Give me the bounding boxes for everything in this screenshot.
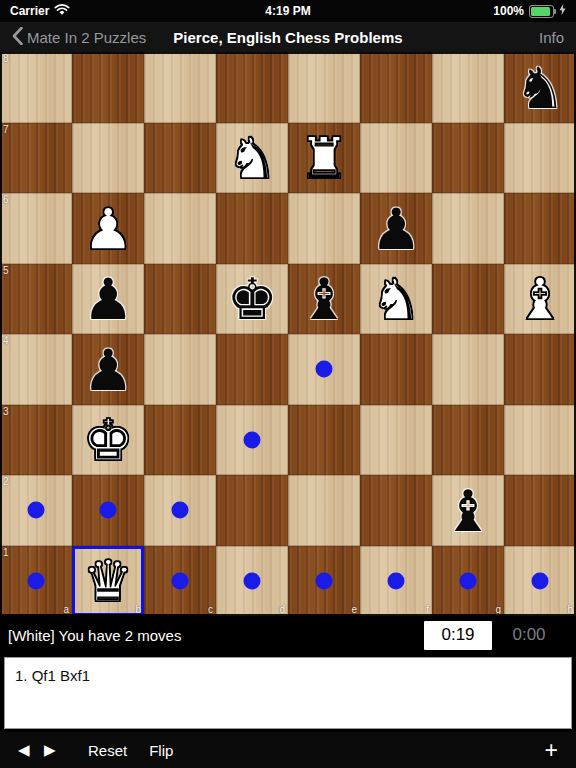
piece-white-knight[interactable]: ♞ [226, 130, 277, 187]
square-f2[interactable] [360, 475, 432, 546]
clock-time: 4:19 PM [0, 4, 576, 18]
status-strip: [White] You have 2 moves 0:19 0:00 [0, 616, 576, 654]
piece-black-bishop[interactable]: ♝ [442, 483, 493, 540]
square-a4[interactable]: 4 [0, 334, 72, 405]
move-hint-dot[interactable] [28, 502, 45, 519]
rank-label: 8 [3, 53, 9, 64]
opponent-clock: 0:00 [508, 625, 550, 645]
square-f8[interactable] [360, 52, 432, 123]
move-hint-dot[interactable] [316, 572, 333, 589]
move-list[interactable]: 1. Qf1 Bxf1 [4, 657, 572, 729]
square-f6[interactable]: ♟ [360, 193, 432, 264]
square-h4[interactable] [504, 334, 576, 405]
rank-label: 7 [3, 124, 9, 135]
info-label: Info [539, 29, 564, 46]
rank-label: 2 [3, 476, 9, 487]
square-h8[interactable]: ♞ [504, 52, 576, 123]
square-f1[interactable]: f [360, 546, 432, 617]
square-c8[interactable] [144, 52, 216, 123]
back-button[interactable]: Mate In 2 Puzzles [12, 27, 146, 48]
back-chevron-icon [12, 27, 23, 48]
move-list-text: 1. Qf1 Bxf1 [15, 667, 90, 684]
reset-button[interactable]: Reset [88, 742, 127, 759]
next-move-button[interactable]: ▶ [44, 741, 70, 759]
square-a3[interactable]: 3 [0, 405, 72, 476]
file-label: f [426, 604, 429, 615]
file-label: h [567, 604, 573, 615]
square-h1[interactable]: h [504, 546, 576, 617]
square-g1[interactable]: g [432, 546, 504, 617]
piece-white-queen[interactable]: ♛ [82, 553, 133, 610]
square-f3[interactable] [360, 405, 432, 476]
square-b7[interactable] [72, 123, 144, 194]
square-b1[interactable]: b♛ [72, 546, 144, 617]
square-b6[interactable]: ♟ [72, 193, 144, 264]
file-label: b [135, 604, 141, 615]
square-e6[interactable] [288, 193, 360, 264]
square-f4[interactable] [360, 334, 432, 405]
square-e3[interactable] [288, 405, 360, 476]
add-button[interactable]: + [545, 739, 558, 762]
square-c4[interactable] [144, 334, 216, 405]
flip-button[interactable]: Flip [149, 742, 173, 759]
square-d1[interactable]: d [216, 546, 288, 617]
move-hint-dot[interactable] [172, 502, 189, 519]
square-a1[interactable]: 1a [0, 546, 72, 617]
square-c7[interactable] [144, 123, 216, 194]
square-d6[interactable] [216, 193, 288, 264]
square-b3[interactable]: ♚ [72, 405, 144, 476]
rank-label: 6 [3, 194, 9, 205]
square-b2[interactable] [72, 475, 144, 546]
square-g3[interactable] [432, 405, 504, 476]
piece-black-king[interactable]: ♚ [226, 271, 277, 328]
square-g5[interactable] [432, 264, 504, 335]
file-label: d [279, 604, 285, 615]
active-player-clock: 0:19 [424, 621, 492, 650]
piece-black-knight[interactable]: ♞ [514, 60, 565, 117]
square-c1[interactable]: c [144, 546, 216, 617]
file-label: g [495, 604, 501, 615]
move-hint-dot[interactable] [316, 361, 333, 378]
square-a6[interactable]: 6 [0, 193, 72, 264]
square-h6[interactable] [504, 193, 576, 264]
square-f5[interactable]: ♞ [360, 264, 432, 335]
turn-message: [White] You have 2 moves [8, 627, 424, 644]
square-g2[interactable]: ♝ [432, 475, 504, 546]
info-button[interactable]: Info [539, 29, 564, 46]
square-f7[interactable] [360, 123, 432, 194]
square-g7[interactable] [432, 123, 504, 194]
previous-move-button[interactable]: ◀ [18, 741, 44, 759]
square-e2[interactable] [288, 475, 360, 546]
square-h3[interactable] [504, 405, 576, 476]
move-hint-dot[interactable] [244, 572, 261, 589]
chess-board: 8♞7♞♜6♟♟5♟♚♝♞♝4♟3♚2♝1ab♛cdefgh [0, 52, 576, 616]
square-h5[interactable]: ♝ [504, 264, 576, 335]
piece-white-knight[interactable]: ♞ [370, 271, 421, 328]
status-bar: Carrier 4:19 PM 100% [0, 0, 576, 22]
piece-white-king[interactable]: ♚ [82, 412, 133, 469]
move-hint-dot[interactable] [172, 572, 189, 589]
move-hint-dot[interactable] [532, 572, 549, 589]
rank-label: 4 [3, 335, 9, 346]
square-d7[interactable]: ♞ [216, 123, 288, 194]
move-hint-dot[interactable] [28, 572, 45, 589]
square-b4[interactable]: ♟ [72, 334, 144, 405]
square-e4[interactable] [288, 334, 360, 405]
square-c3[interactable] [144, 405, 216, 476]
square-e5[interactable]: ♝ [288, 264, 360, 335]
battery-icon [529, 5, 554, 18]
move-hint-dot[interactable] [244, 431, 261, 448]
piece-white-pawn[interactable]: ♟ [82, 201, 133, 258]
nav-bar: Pierce, English Chess Problems Mate In 2… [0, 22, 576, 52]
rank-label: 1 [3, 547, 9, 558]
square-c5[interactable] [144, 264, 216, 335]
piece-black-bishop[interactable]: ♝ [298, 271, 349, 328]
rank-label: 3 [3, 406, 9, 417]
piece-black-pawn[interactable]: ♟ [82, 271, 133, 328]
bottom-toolbar: ◀ ▶ Reset Flip + [0, 732, 576, 768]
file-label: c [208, 604, 213, 615]
square-c6[interactable] [144, 193, 216, 264]
square-a8[interactable]: 8 [0, 52, 72, 123]
piece-white-rook[interactable]: ♜ [298, 130, 349, 187]
file-label: e [351, 604, 357, 615]
square-c2[interactable] [144, 475, 216, 546]
square-g6[interactable] [432, 193, 504, 264]
square-d5[interactable]: ♚ [216, 264, 288, 335]
square-d8[interactable] [216, 52, 288, 123]
move-hint-dot[interactable] [388, 572, 405, 589]
move-hint-dot[interactable] [100, 502, 117, 519]
piece-white-bishop[interactable]: ♝ [514, 271, 565, 328]
square-g8[interactable] [432, 52, 504, 123]
back-label: Mate In 2 Puzzles [27, 29, 146, 46]
square-g4[interactable] [432, 334, 504, 405]
square-b8[interactable] [72, 52, 144, 123]
square-e8[interactable] [288, 52, 360, 123]
file-label: a [63, 604, 69, 615]
square-e7[interactable]: ♜ [288, 123, 360, 194]
square-d4[interactable] [216, 334, 288, 405]
square-h2[interactable] [504, 475, 576, 546]
square-d3[interactable] [216, 405, 288, 476]
square-a7[interactable]: 7 [0, 123, 72, 194]
piece-black-pawn[interactable]: ♟ [370, 201, 421, 258]
move-hint-dot[interactable] [460, 572, 477, 589]
piece-black-pawn[interactable]: ♟ [82, 342, 133, 399]
square-a2[interactable]: 2 [0, 475, 72, 546]
square-b5[interactable]: ♟ [72, 264, 144, 335]
square-h7[interactable] [504, 123, 576, 194]
rank-label: 5 [3, 265, 9, 276]
square-a5[interactable]: 5 [0, 264, 72, 335]
chess-puzzle-app: Carrier 4:19 PM 100% Pierce, English Che… [0, 0, 576, 768]
square-e1[interactable]: e [288, 546, 360, 617]
square-d2[interactable] [216, 475, 288, 546]
